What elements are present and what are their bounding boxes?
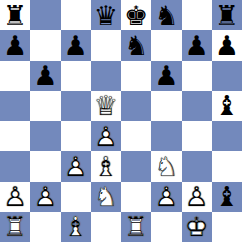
- square-a6[interactable]: [0, 61, 30, 91]
- square-c8[interactable]: [61, 0, 91, 30]
- piece-white-pawn: ♟♙: [0, 182, 30, 212]
- square-f2[interactable]: ♟♙: [151, 182, 181, 212]
- square-f8[interactable]: ♞: [151, 0, 181, 30]
- square-a4[interactable]: [0, 121, 30, 151]
- white-knight-outline-glyph: ♘: [91, 182, 121, 212]
- square-a1[interactable]: ♜♖: [0, 212, 30, 242]
- piece-white-bishop: ♝♗: [61, 212, 91, 242]
- white-king-outline-glyph: ♔: [182, 212, 212, 242]
- square-h6[interactable]: [212, 61, 242, 91]
- black-knight-glyph: ♞: [151, 0, 181, 30]
- square-c7[interactable]: ♟: [61, 30, 91, 60]
- square-d2[interactable]: ♞♘: [91, 182, 121, 212]
- piece-white-queen: ♛♕: [91, 91, 121, 121]
- piece-black-bishop: ♝: [212, 91, 242, 121]
- square-g6[interactable]: [182, 61, 212, 91]
- square-d4[interactable]: ♟♙: [91, 121, 121, 151]
- square-h4[interactable]: [212, 121, 242, 151]
- square-a7[interactable]: ♟: [0, 30, 30, 60]
- piece-black-bishop: ♝: [212, 182, 242, 212]
- black-king-glyph: ♚: [121, 0, 151, 30]
- square-h3[interactable]: [212, 151, 242, 181]
- piece-white-rook: ♜♖: [0, 212, 30, 242]
- square-a3[interactable]: [0, 151, 30, 181]
- square-e1[interactable]: ♜♖: [121, 212, 151, 242]
- square-h5[interactable]: ♝: [212, 91, 242, 121]
- piece-black-pawn: ♟: [61, 30, 91, 60]
- piece-black-pawn: ♟: [212, 30, 242, 60]
- piece-black-knight: ♞: [151, 0, 181, 30]
- piece-white-pawn: ♟♙: [30, 182, 60, 212]
- piece-black-pawn: ♟: [182, 30, 212, 60]
- piece-black-rook: ♜: [0, 0, 30, 30]
- square-b2[interactable]: ♟♙: [30, 182, 60, 212]
- white-pawn-outline-glyph: ♙: [30, 182, 60, 212]
- square-c1[interactable]: ♝♗: [61, 212, 91, 242]
- black-queen-glyph: ♛: [91, 0, 121, 30]
- white-pawn-outline-glyph: ♙: [91, 121, 121, 151]
- square-e8[interactable]: ♚: [121, 0, 151, 30]
- square-b4[interactable]: [30, 121, 60, 151]
- piece-black-king: ♚: [121, 0, 151, 30]
- square-b5[interactable]: [30, 91, 60, 121]
- square-f7[interactable]: [151, 30, 181, 60]
- square-f3[interactable]: ♞♘: [151, 151, 181, 181]
- square-f1[interactable]: [151, 212, 181, 242]
- square-h8[interactable]: ♜: [212, 0, 242, 30]
- square-d1[interactable]: [91, 212, 121, 242]
- square-f6[interactable]: ♟: [151, 61, 181, 91]
- piece-white-knight: ♞♘: [91, 182, 121, 212]
- white-knight-outline-glyph: ♘: [151, 151, 181, 181]
- square-d3[interactable]: ♝♗: [91, 151, 121, 181]
- white-rook-outline-glyph: ♖: [0, 212, 30, 242]
- piece-white-pawn: ♟♙: [91, 121, 121, 151]
- square-g1[interactable]: ♚♔: [182, 212, 212, 242]
- square-h7[interactable]: ♟: [212, 30, 242, 60]
- square-d8[interactable]: ♛: [91, 0, 121, 30]
- piece-white-pawn: ♟♙: [182, 182, 212, 212]
- piece-black-queen: ♛: [91, 0, 121, 30]
- black-pawn-glyph: ♟: [0, 30, 30, 60]
- piece-black-pawn: ♟: [30, 61, 60, 91]
- square-b7[interactable]: [30, 30, 60, 60]
- square-b8[interactable]: [30, 0, 60, 30]
- black-rook-glyph: ♜: [0, 0, 30, 30]
- square-g4[interactable]: [182, 121, 212, 151]
- black-pawn-glyph: ♟: [212, 30, 242, 60]
- square-e2[interactable]: [121, 182, 151, 212]
- black-bishop-glyph: ♝: [212, 91, 242, 121]
- square-a8[interactable]: ♜: [0, 0, 30, 30]
- piece-white-pawn: ♟♙: [61, 151, 91, 181]
- piece-black-knight: ♞: [121, 30, 151, 60]
- piece-black-pawn: ♟: [0, 30, 30, 60]
- square-c3[interactable]: ♟♙: [61, 151, 91, 181]
- square-b6[interactable]: ♟: [30, 61, 60, 91]
- black-pawn-glyph: ♟: [61, 30, 91, 60]
- chess-board: ♜♛♚♞♜♟♟♞♟♟♟♟♛♕♝♟♙♟♙♝♗♞♘♟♙♟♙♞♘♟♙♟♙♝♜♖♝♗♜♖…: [0, 0, 242, 242]
- square-e5[interactable]: [121, 91, 151, 121]
- square-c2[interactable]: [61, 182, 91, 212]
- white-pawn-outline-glyph: ♙: [182, 182, 212, 212]
- square-f5[interactable]: [151, 91, 181, 121]
- square-b1[interactable]: [30, 212, 60, 242]
- white-rook-outline-glyph: ♖: [121, 212, 151, 242]
- piece-white-knight: ♞♘: [151, 151, 181, 181]
- piece-black-pawn: ♟: [151, 61, 181, 91]
- square-d7[interactable]: [91, 30, 121, 60]
- black-pawn-glyph: ♟: [30, 61, 60, 91]
- square-a2[interactable]: ♟♙: [0, 182, 30, 212]
- square-h2[interactable]: ♝: [212, 182, 242, 212]
- square-b3[interactable]: [30, 151, 60, 181]
- black-pawn-glyph: ♟: [151, 61, 181, 91]
- piece-white-pawn: ♟♙: [151, 182, 181, 212]
- square-e4[interactable]: [121, 121, 151, 151]
- piece-black-rook: ♜: [212, 0, 242, 30]
- square-g7[interactable]: ♟: [182, 30, 212, 60]
- square-e3[interactable]: [121, 151, 151, 181]
- square-g3[interactable]: [182, 151, 212, 181]
- piece-white-bishop: ♝♗: [91, 151, 121, 181]
- square-h1[interactable]: [212, 212, 242, 242]
- square-g5[interactable]: [182, 91, 212, 121]
- square-c6[interactable]: [61, 61, 91, 91]
- white-pawn-outline-glyph: ♙: [0, 182, 30, 212]
- black-knight-glyph: ♞: [121, 30, 151, 60]
- black-pawn-glyph: ♟: [182, 30, 212, 60]
- square-d5[interactable]: ♛♕: [91, 91, 121, 121]
- square-a5[interactable]: [0, 91, 30, 121]
- square-d6[interactable]: [91, 61, 121, 91]
- square-c4[interactable]: [61, 121, 91, 151]
- white-bishop-outline-glyph: ♗: [91, 151, 121, 181]
- black-rook-glyph: ♜: [212, 0, 242, 30]
- white-bishop-outline-glyph: ♗: [61, 212, 91, 242]
- square-e6[interactable]: [121, 61, 151, 91]
- piece-white-rook: ♜♖: [121, 212, 151, 242]
- square-e7[interactable]: ♞: [121, 30, 151, 60]
- square-f4[interactable]: [151, 121, 181, 151]
- square-g8[interactable]: [182, 0, 212, 30]
- black-bishop-glyph: ♝: [212, 182, 242, 212]
- white-queen-outline-glyph: ♕: [91, 91, 121, 121]
- square-c5[interactable]: [61, 91, 91, 121]
- white-pawn-outline-glyph: ♙: [151, 182, 181, 212]
- white-pawn-outline-glyph: ♙: [61, 151, 91, 181]
- piece-white-king: ♚♔: [182, 212, 212, 242]
- square-g2[interactable]: ♟♙: [182, 182, 212, 212]
